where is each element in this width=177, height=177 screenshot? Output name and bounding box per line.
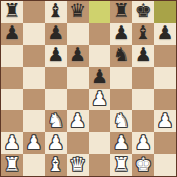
square-g2[interactable]: ♟	[132, 132, 154, 154]
square-e3[interactable]	[89, 110, 111, 132]
square-c4[interactable]	[45, 89, 67, 111]
square-c6[interactable]: ♟	[45, 45, 67, 67]
square-g4[interactable]	[132, 89, 154, 111]
square-f2[interactable]: ♟	[110, 132, 132, 154]
square-g8[interactable]: ♚	[132, 1, 154, 23]
square-e4[interactable]: ♟	[89, 89, 111, 111]
square-f3[interactable]: ♞	[110, 110, 132, 132]
square-a6[interactable]	[1, 45, 23, 67]
square-f5[interactable]	[110, 67, 132, 89]
square-g1[interactable]: ♚	[132, 154, 154, 176]
square-b8[interactable]	[23, 1, 45, 23]
square-h5[interactable]	[154, 67, 176, 89]
square-e2[interactable]	[89, 132, 111, 154]
black-pawn[interactable]: ♟	[3, 23, 20, 42]
square-h7[interactable]: ♟	[154, 23, 176, 45]
black-bishop[interactable]: ♝	[47, 1, 64, 20]
black-king[interactable]: ♚	[135, 1, 152, 20]
square-d7[interactable]	[67, 23, 89, 45]
square-h4[interactable]	[154, 89, 176, 111]
square-c5[interactable]	[45, 67, 67, 89]
white-pawn[interactable]: ♟	[3, 133, 20, 152]
white-king[interactable]: ♚	[135, 155, 152, 174]
square-a3[interactable]	[1, 110, 23, 132]
square-e8[interactable]	[89, 1, 111, 23]
black-pawn[interactable]: ♟	[91, 67, 108, 86]
white-rook[interactable]: ♜	[3, 155, 20, 174]
square-e6[interactable]	[89, 45, 111, 67]
black-pawn[interactable]: ♟	[47, 45, 64, 64]
square-h8[interactable]	[154, 1, 176, 23]
white-bishop[interactable]: ♝	[47, 155, 64, 174]
square-a5[interactable]	[1, 67, 23, 89]
square-d6[interactable]: ♟	[67, 45, 89, 67]
white-pawn[interactable]: ♟	[91, 89, 108, 108]
square-b5[interactable]	[23, 67, 45, 89]
square-h1[interactable]	[154, 154, 176, 176]
square-d8[interactable]: ♛	[67, 1, 89, 23]
square-a2[interactable]: ♟	[1, 132, 23, 154]
black-pawn[interactable]: ♟	[47, 23, 64, 42]
square-h2[interactable]	[154, 132, 176, 154]
square-a7[interactable]: ♟	[1, 23, 23, 45]
white-pawn[interactable]: ♟	[25, 133, 42, 152]
black-pawn[interactable]: ♟	[135, 45, 152, 64]
square-h6[interactable]	[154, 45, 176, 67]
chess-board: ♜♝♛♜♚♟♟♟♝♟♟♟♞♟♟♟♞♟♞♟♟♟♟♟♟♜♝♛♜♚	[0, 0, 177, 177]
square-b2[interactable]: ♟	[23, 132, 45, 154]
square-b4[interactable]	[23, 89, 45, 111]
square-e1[interactable]	[89, 154, 111, 176]
square-f7[interactable]: ♟	[110, 23, 132, 45]
square-f6[interactable]: ♞	[110, 45, 132, 67]
black-pawn[interactable]: ♟	[113, 23, 130, 42]
square-c3[interactable]: ♞	[45, 110, 67, 132]
square-e7[interactable]	[89, 23, 111, 45]
square-d5[interactable]	[67, 67, 89, 89]
square-c7[interactable]: ♟	[45, 23, 67, 45]
square-e5[interactable]: ♟	[89, 67, 111, 89]
square-h3[interactable]: ♟	[154, 110, 176, 132]
square-g5[interactable]	[132, 67, 154, 89]
white-pawn[interactable]: ♟	[47, 133, 64, 152]
black-queen[interactable]: ♛	[69, 1, 86, 20]
black-rook[interactable]: ♜	[113, 1, 130, 20]
square-b6[interactable]	[23, 45, 45, 67]
square-c8[interactable]: ♝	[45, 1, 67, 23]
square-b1[interactable]	[23, 154, 45, 176]
white-queen[interactable]: ♛	[69, 155, 86, 174]
square-b7[interactable]	[23, 23, 45, 45]
white-pawn[interactable]: ♟	[69, 111, 86, 130]
black-rook[interactable]: ♜	[3, 1, 20, 20]
square-c2[interactable]: ♟	[45, 132, 67, 154]
square-d3[interactable]: ♟	[67, 110, 89, 132]
square-g3[interactable]	[132, 110, 154, 132]
white-knight[interactable]: ♞	[47, 111, 64, 130]
black-pawn[interactable]: ♟	[157, 23, 174, 42]
square-f8[interactable]: ♜	[110, 1, 132, 23]
white-pawn[interactable]: ♟	[157, 111, 174, 130]
white-pawn[interactable]: ♟	[113, 133, 130, 152]
square-d2[interactable]	[67, 132, 89, 154]
black-knight[interactable]: ♞	[113, 45, 130, 64]
square-g7[interactable]: ♝	[132, 23, 154, 45]
square-d1[interactable]: ♛	[67, 154, 89, 176]
square-a4[interactable]	[1, 89, 23, 111]
square-f1[interactable]: ♜	[110, 154, 132, 176]
black-bishop[interactable]: ♝	[135, 23, 152, 42]
square-f4[interactable]	[110, 89, 132, 111]
white-rook[interactable]: ♜	[113, 155, 130, 174]
white-knight[interactable]: ♞	[113, 111, 130, 130]
white-pawn[interactable]: ♟	[135, 133, 152, 152]
square-g6[interactable]: ♟	[132, 45, 154, 67]
square-a8[interactable]: ♜	[1, 1, 23, 23]
square-c1[interactable]: ♝	[45, 154, 67, 176]
black-pawn[interactable]: ♟	[69, 45, 86, 64]
square-a1[interactable]: ♜	[1, 154, 23, 176]
square-b3[interactable]	[23, 110, 45, 132]
square-d4[interactable]	[67, 89, 89, 111]
